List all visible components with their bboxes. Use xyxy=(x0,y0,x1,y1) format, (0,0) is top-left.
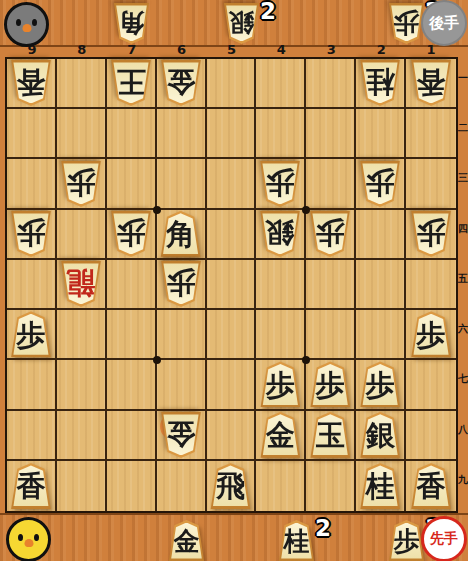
piece-face: 龍 xyxy=(61,263,100,304)
square-8-5[interactable]: 龍 xyxy=(57,260,107,310)
piece-face: 銀 xyxy=(261,213,300,254)
piece-kanji: 歩 xyxy=(11,315,50,355)
square-7-9[interactable] xyxy=(107,461,157,511)
gote-hand-slot-bishop[interactable]: 角 xyxy=(112,3,151,44)
square-1-8[interactable] xyxy=(406,411,456,461)
piece-face: 桂 xyxy=(280,523,314,559)
gote-badge: 後手 xyxy=(421,0,467,46)
file-coordinates: 987654321 xyxy=(5,43,458,57)
piece-tile-shape: 歩 xyxy=(258,161,302,207)
piece-kanji: 歩 xyxy=(61,163,100,203)
piece-tile-shape: 歩 xyxy=(308,361,352,407)
sente-pawn-piece[interactable]: 歩 xyxy=(258,361,302,407)
piece-face: 歩 xyxy=(111,213,150,254)
piece-face: 歩 xyxy=(361,364,400,405)
piece-kanji: 龍 xyxy=(61,263,100,303)
piece-kanji: 歩 xyxy=(11,213,50,253)
square-4-3[interactable]: 歩 xyxy=(256,159,306,209)
square-6-4[interactable]: 角 xyxy=(157,210,207,260)
piece-tile-shape: 歩 xyxy=(409,211,453,257)
square-9-1[interactable]: 香 xyxy=(7,59,57,109)
square-1-1[interactable]: 香 xyxy=(406,59,456,109)
piece-face: 角 xyxy=(115,6,149,42)
square-9-7[interactable] xyxy=(7,360,57,410)
piece-tile-shape: 金 xyxy=(258,412,302,458)
file-label-6: 6 xyxy=(157,43,207,57)
rank-label-5: 五 xyxy=(458,272,468,286)
piece-tile-shape: 歩 xyxy=(59,161,103,207)
square-5-6[interactable] xyxy=(207,310,257,360)
gote-pawn-piece[interactable]: 歩 xyxy=(9,211,53,257)
square-1-7[interactable] xyxy=(406,360,456,410)
sente-avatar xyxy=(6,517,51,561)
piece-kanji: 金 xyxy=(170,524,204,559)
file-label-4: 4 xyxy=(256,43,306,57)
piece-kanji: 歩 xyxy=(261,365,300,405)
piece-tile-shape: 歩 xyxy=(9,211,53,257)
piece-kanji: 歩 xyxy=(261,163,300,203)
piece-tile-shape: 桂 xyxy=(277,520,316,561)
piece-face: 歩 xyxy=(390,523,424,559)
piece-tile-shape: 香 xyxy=(409,463,453,509)
piece-face: 角 xyxy=(161,213,200,254)
piece-kanji: 角 xyxy=(161,214,200,254)
piece-tile-shape: 銀 xyxy=(222,3,261,44)
sente-gold-piece[interactable]: 金 xyxy=(258,412,302,458)
gote-gold-piece[interactable]: 金 xyxy=(159,60,203,106)
piece-face: 歩 xyxy=(361,163,400,204)
piece-face: 歩 xyxy=(61,163,100,204)
piece-kanji: 香 xyxy=(412,466,451,506)
square-2-8[interactable]: 銀 xyxy=(356,411,406,461)
sente-badge: 先手 xyxy=(421,516,467,561)
rank-label-7: 七 xyxy=(458,372,468,386)
square-3-7[interactable]: 歩 xyxy=(306,360,356,410)
square-6-6[interactable] xyxy=(157,310,207,360)
piece-kanji: 角 xyxy=(115,6,149,41)
piece-face: 歩 xyxy=(390,6,424,42)
square-4-1[interactable] xyxy=(256,59,306,109)
square-2-1[interactable]: 桂 xyxy=(356,59,406,109)
avatar-eye-icon xyxy=(16,19,21,26)
piece-face: 歩 xyxy=(261,163,300,204)
rank-label-6: 六 xyxy=(458,322,468,336)
gote-pawn-piece[interactable]: 歩 xyxy=(409,211,453,257)
piece-tile-shape: 桂 xyxy=(358,60,402,106)
square-8-8[interactable] xyxy=(57,411,107,461)
piece-tile-shape: 桂 xyxy=(358,463,402,509)
piece-face: 香 xyxy=(11,465,50,506)
piece-tile-shape: 銀 xyxy=(258,211,302,257)
piece-kanji: 歩 xyxy=(161,263,200,303)
square-1-6[interactable]: 歩 xyxy=(406,310,456,360)
square-9-9[interactable]: 香 xyxy=(7,461,57,511)
square-7-7[interactable] xyxy=(107,360,157,410)
square-8-3[interactable]: 歩 xyxy=(57,159,107,209)
piece-face: 王 xyxy=(111,63,150,104)
piece-kanji: 玉 xyxy=(311,415,350,455)
piece-face: 香 xyxy=(412,63,451,104)
sente-knight-piece[interactable]: 桂 xyxy=(277,520,316,561)
square-8-9[interactable] xyxy=(57,461,107,511)
piece-tile-shape: 銀 xyxy=(358,412,402,458)
rank-label-4: 四 xyxy=(458,222,468,236)
piece-tile-shape: 歩 xyxy=(409,311,453,357)
square-6-5[interactable]: 歩 xyxy=(157,260,207,310)
avatar-eye-icon xyxy=(34,534,39,541)
square-1-4[interactable]: 歩 xyxy=(406,210,456,260)
piece-face: 金 xyxy=(170,523,204,559)
piece-face: 歩 xyxy=(11,213,50,254)
piece-kanji: 歩 xyxy=(111,213,150,253)
gote-knight-piece[interactable]: 桂 xyxy=(358,60,402,106)
piece-kanji: 歩 xyxy=(412,315,451,355)
sente-pawn-piece[interactable]: 歩 xyxy=(358,361,402,407)
square-4-8[interactable]: 金 xyxy=(256,411,306,461)
piece-tile-shape: 香 xyxy=(9,463,53,509)
piece-face: 歩 xyxy=(311,213,350,254)
square-1-5[interactable] xyxy=(406,260,456,310)
square-6-9[interactable] xyxy=(157,461,207,511)
gote-lance-piece[interactable]: 香 xyxy=(409,60,453,106)
file-label-2: 2 xyxy=(356,43,406,57)
piece-kanji: 銀 xyxy=(361,415,400,455)
square-2-6[interactable] xyxy=(356,310,406,360)
piece-kanji: 歩 xyxy=(390,6,424,41)
square-7-8[interactable] xyxy=(107,411,157,461)
square-1-2[interactable] xyxy=(406,109,456,159)
square-2-2[interactable] xyxy=(356,109,406,159)
piece-tile-shape: 金 xyxy=(159,60,203,106)
avatar-beak-icon xyxy=(22,24,31,32)
square-5-8[interactable] xyxy=(207,411,257,461)
piece-kanji: 歩 xyxy=(311,213,350,253)
piece-kanji: 歩 xyxy=(361,365,400,405)
rank-label-2: 二 xyxy=(458,121,468,135)
piece-face: 歩 xyxy=(412,314,451,355)
square-8-4[interactable] xyxy=(57,210,107,260)
piece-tile-shape: 角 xyxy=(112,3,151,44)
piece-kanji: 歩 xyxy=(390,524,424,559)
avatar-eye-icon xyxy=(18,534,23,541)
piece-tile-shape: 龍 xyxy=(59,261,103,307)
piece-face: 桂 xyxy=(361,465,400,506)
sente-knight-piece[interactable]: 桂 xyxy=(358,463,402,509)
sente-pawn-piece[interactable]: 歩 xyxy=(409,311,453,357)
square-3-9[interactable] xyxy=(306,461,356,511)
gote-dragon-piece[interactable]: 龍 xyxy=(59,261,103,307)
rank-label-8: 八 xyxy=(458,423,468,437)
piece-face: 歩 xyxy=(412,213,451,254)
square-9-8[interactable] xyxy=(7,411,57,461)
gote-hand-bar: 角銀2歩2 後手 xyxy=(0,0,468,47)
piece-kanji: 金 xyxy=(261,415,300,455)
gote-silver-piece[interactable]: 銀 xyxy=(222,3,261,44)
sente-bishop-piece[interactable]: 角 xyxy=(159,211,203,257)
piece-face: 香 xyxy=(412,465,451,506)
gote-pawn-piece[interactable]: 歩 xyxy=(308,211,352,257)
gote-king-piece[interactable]: 王 xyxy=(109,60,153,106)
gote-avatar xyxy=(4,2,49,47)
sente-king-piece[interactable]: 玉 xyxy=(308,412,352,458)
gote-pawn-piece[interactable]: 歩 xyxy=(109,211,153,257)
avatar-eye-icon xyxy=(32,19,37,26)
square-2-9[interactable]: 桂 xyxy=(356,461,406,511)
piece-kanji: 金 xyxy=(161,63,200,103)
piece-face: 歩 xyxy=(161,263,200,304)
sente-lance-piece[interactable]: 香 xyxy=(409,463,453,509)
square-3-8[interactable]: 玉 xyxy=(306,411,356,461)
square-7-6[interactable] xyxy=(107,310,157,360)
shogi-app: 角銀2歩2 後手 987654321 香王金桂香歩歩歩歩歩角銀歩歩龍歩歩歩歩歩歩… xyxy=(0,0,468,561)
square-2-4[interactable] xyxy=(356,210,406,260)
star-point xyxy=(153,356,161,364)
sente-lance-piece[interactable]: 香 xyxy=(9,463,53,509)
gote-pawn-piece[interactable]: 歩 xyxy=(258,161,302,207)
gote-pawn-piece[interactable]: 歩 xyxy=(358,161,402,207)
square-5-4[interactable] xyxy=(207,210,257,260)
gote-lance-piece[interactable]: 香 xyxy=(9,60,53,106)
piece-kanji: 王 xyxy=(111,63,150,103)
square-9-4[interactable]: 歩 xyxy=(7,210,57,260)
square-7-1[interactable]: 王 xyxy=(107,59,157,109)
piece-tile-shape: 歩 xyxy=(358,161,402,207)
square-4-9[interactable] xyxy=(256,461,306,511)
square-8-6[interactable] xyxy=(57,310,107,360)
square-2-3[interactable]: 歩 xyxy=(356,159,406,209)
square-4-5[interactable] xyxy=(256,260,306,310)
square-6-3[interactable] xyxy=(157,159,207,209)
square-7-2[interactable] xyxy=(107,109,157,159)
piece-face: 銀 xyxy=(225,6,259,42)
piece-tile-shape: 香 xyxy=(9,60,53,106)
piece-tile-shape: 歩 xyxy=(308,211,352,257)
piece-tile-shape: 歩 xyxy=(258,361,302,407)
board-wrap: 香王金桂香歩歩歩歩歩角銀歩歩龍歩歩歩歩歩歩金金玉銀香飛桂香 xyxy=(5,57,458,513)
square-4-2[interactable] xyxy=(256,109,306,159)
sente-hand-slot-gold[interactable]: 金 xyxy=(167,520,206,561)
square-3-1[interactable] xyxy=(306,59,356,109)
hand-piece-count: 2 xyxy=(315,515,331,541)
square-9-2[interactable] xyxy=(7,109,57,159)
hand-piece-count: 2 xyxy=(260,0,276,24)
gote-hand-slot-silver[interactable]: 銀2 xyxy=(222,3,261,44)
square-1-9[interactable]: 香 xyxy=(406,461,456,511)
square-8-7[interactable] xyxy=(57,360,107,410)
piece-face: 歩 xyxy=(261,364,300,405)
square-3-3[interactable] xyxy=(306,159,356,209)
piece-tile-shape: 飛 xyxy=(208,463,252,509)
piece-tile-shape: 歩 xyxy=(159,261,203,307)
square-7-4[interactable]: 歩 xyxy=(107,210,157,260)
sente-hand-bar: 金桂2歩3 先手 xyxy=(0,513,468,561)
rank-label-9: 九 xyxy=(458,473,468,487)
square-2-7[interactable]: 歩 xyxy=(356,360,406,410)
rank-label-3: 三 xyxy=(458,171,468,185)
piece-face: 歩 xyxy=(11,314,50,355)
gote-gold-piece[interactable]: 金 xyxy=(159,412,203,458)
square-5-5[interactable] xyxy=(207,260,257,310)
piece-kanji: 桂 xyxy=(361,63,400,103)
piece-face: 香 xyxy=(11,63,50,104)
square-7-3[interactable] xyxy=(107,159,157,209)
piece-kanji: 歩 xyxy=(311,365,350,405)
square-4-7[interactable]: 歩 xyxy=(256,360,306,410)
sente-rook-piece[interactable]: 飛 xyxy=(208,463,252,509)
piece-face: 桂 xyxy=(361,63,400,104)
square-4-6[interactable] xyxy=(256,310,306,360)
piece-face: 金 xyxy=(161,414,200,455)
rank-coordinates: 一二三四五六七八九 xyxy=(458,57,468,513)
piece-tile-shape: 歩 xyxy=(358,361,402,407)
piece-face: 歩 xyxy=(311,364,350,405)
square-5-9[interactable]: 飛 xyxy=(207,461,257,511)
square-1-3[interactable] xyxy=(406,159,456,209)
piece-kanji: 歩 xyxy=(412,213,451,253)
square-6-2[interactable] xyxy=(157,109,207,159)
square-9-5[interactable] xyxy=(7,260,57,310)
square-3-4[interactable]: 歩 xyxy=(306,210,356,260)
square-6-7[interactable] xyxy=(157,360,207,410)
square-2-5[interactable] xyxy=(356,260,406,310)
piece-tile-shape: 王 xyxy=(109,60,153,106)
square-5-3[interactable] xyxy=(207,159,257,209)
square-8-1[interactable] xyxy=(57,59,107,109)
square-6-1[interactable]: 金 xyxy=(157,59,207,109)
piece-face: 銀 xyxy=(361,414,400,455)
piece-kanji: 歩 xyxy=(361,163,400,203)
piece-tile-shape: 金 xyxy=(167,520,206,561)
gote-pawn-piece[interactable]: 歩 xyxy=(59,161,103,207)
file-label-8: 8 xyxy=(57,43,107,57)
file-label-3: 3 xyxy=(306,43,356,57)
piece-face: 金 xyxy=(161,63,200,104)
gote-bishop-piece[interactable]: 角 xyxy=(112,3,151,44)
square-3-5[interactable] xyxy=(306,260,356,310)
file-label-5: 5 xyxy=(207,43,257,57)
sente-hand-slot-knight[interactable]: 桂2 xyxy=(277,520,316,561)
gote-silver-piece[interactable]: 銀 xyxy=(258,211,302,257)
piece-kanji: 桂 xyxy=(361,466,400,506)
piece-tile-shape: 玉 xyxy=(308,412,352,458)
square-9-6[interactable]: 歩 xyxy=(7,310,57,360)
piece-kanji: 飛 xyxy=(211,466,250,506)
square-4-4[interactable]: 銀 xyxy=(256,210,306,260)
piece-tile-shape: 角 xyxy=(159,211,203,257)
square-5-2[interactable] xyxy=(207,109,257,159)
rank-label-1: 一 xyxy=(458,71,468,85)
piece-tile-shape: 香 xyxy=(409,60,453,106)
piece-kanji: 銀 xyxy=(225,6,259,41)
square-6-8[interactable]: 金 xyxy=(157,411,207,461)
piece-kanji: 金 xyxy=(161,414,200,454)
sente-silver-piece[interactable]: 銀 xyxy=(358,412,402,458)
piece-kanji: 香 xyxy=(11,63,50,103)
sente-pawn-piece[interactable]: 歩 xyxy=(308,361,352,407)
square-3-6[interactable] xyxy=(306,310,356,360)
square-5-7[interactable] xyxy=(207,360,257,410)
square-9-3[interactable] xyxy=(7,159,57,209)
piece-tile-shape: 歩 xyxy=(109,211,153,257)
piece-face: 金 xyxy=(261,414,300,455)
piece-face: 飛 xyxy=(211,465,250,506)
gote-pawn-piece[interactable]: 歩 xyxy=(159,261,203,307)
shogi-board[interactable]: 香王金桂香歩歩歩歩歩角銀歩歩龍歩歩歩歩歩歩金金玉銀香飛桂香 xyxy=(5,57,458,513)
square-7-5[interactable] xyxy=(107,260,157,310)
piece-kanji: 香 xyxy=(11,466,50,506)
piece-face: 玉 xyxy=(311,414,350,455)
file-label-7: 7 xyxy=(107,43,157,57)
avatar-beak-icon xyxy=(24,539,33,547)
sente-gold-piece[interactable]: 金 xyxy=(167,520,206,561)
square-5-1[interactable] xyxy=(207,59,257,109)
piece-kanji: 香 xyxy=(412,63,451,103)
piece-kanji: 銀 xyxy=(261,213,300,253)
square-3-2[interactable] xyxy=(306,109,356,159)
piece-tile-shape: 金 xyxy=(159,412,203,458)
sente-pawn-piece[interactable]: 歩 xyxy=(9,311,53,357)
square-8-2[interactable] xyxy=(57,109,107,159)
piece-kanji: 桂 xyxy=(280,524,314,559)
piece-tile-shape: 歩 xyxy=(9,311,53,357)
